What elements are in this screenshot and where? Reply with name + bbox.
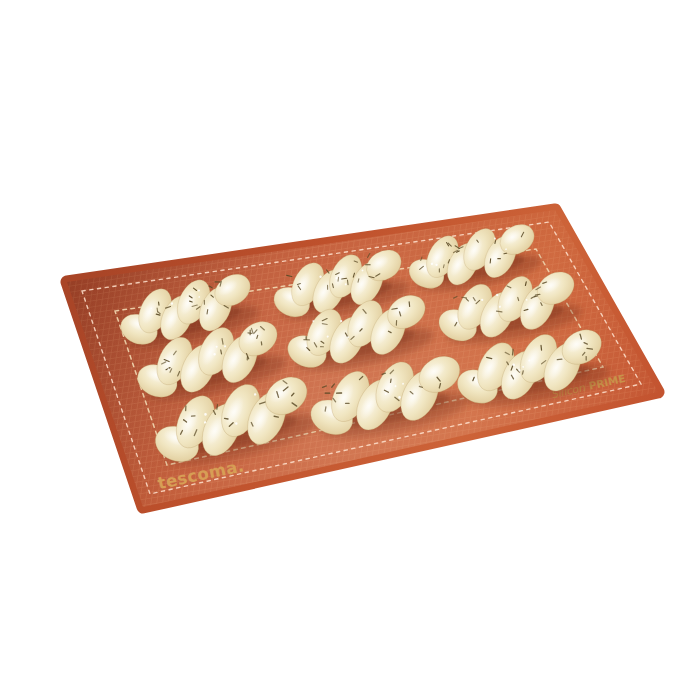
caraway-seed <box>504 253 507 254</box>
caraway-seed <box>512 349 513 354</box>
caraway-seed <box>207 309 208 313</box>
caraway-seed <box>587 348 592 349</box>
caraway-seed <box>495 241 496 244</box>
caraway-seed <box>342 278 347 279</box>
caraway-seed <box>325 407 326 411</box>
caraway-seed <box>221 350 222 354</box>
product-photo: tescoma. Silicon PRIME <box>0 0 700 700</box>
caraway-seed <box>391 379 392 382</box>
caraway-seed <box>225 418 229 419</box>
caraway-seed <box>157 308 158 312</box>
caraway-seed <box>347 280 348 285</box>
caraway-seed <box>462 297 467 298</box>
caraway-seed <box>274 416 278 417</box>
caraway-seed <box>322 324 327 325</box>
caraway-seed <box>496 311 501 312</box>
caraway-seed <box>217 405 218 409</box>
caraway-seed <box>443 265 444 268</box>
caraway-seed <box>525 282 526 286</box>
caraway-seed <box>190 301 193 302</box>
caraway-seed <box>522 371 523 374</box>
caraway-seed <box>338 277 339 281</box>
caraway-seed <box>392 308 397 309</box>
scene-svg: tescoma. Silicon PRIME <box>0 0 700 700</box>
